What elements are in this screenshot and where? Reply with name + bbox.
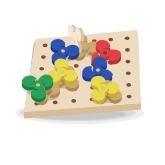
peg-hole[interactable] (125, 48, 130, 52)
peg-hole[interactable] (43, 44, 48, 48)
peg-hole[interactable] (126, 60, 131, 64)
pegboard-scene (0, 0, 165, 165)
peg-hole[interactable] (127, 95, 132, 99)
peg-hole[interactable] (71, 99, 76, 103)
peg-hole[interactable] (41, 55, 46, 59)
peg-hole[interactable] (126, 71, 131, 75)
peg-hole[interactable] (126, 83, 131, 87)
peg-hole[interactable] (53, 101, 58, 105)
peg-hole[interactable] (39, 67, 44, 71)
pegboard-svg (0, 0, 165, 165)
peg-hole[interactable] (108, 38, 113, 42)
peg-hole[interactable] (74, 64, 79, 68)
peg-hole[interactable] (125, 36, 130, 40)
